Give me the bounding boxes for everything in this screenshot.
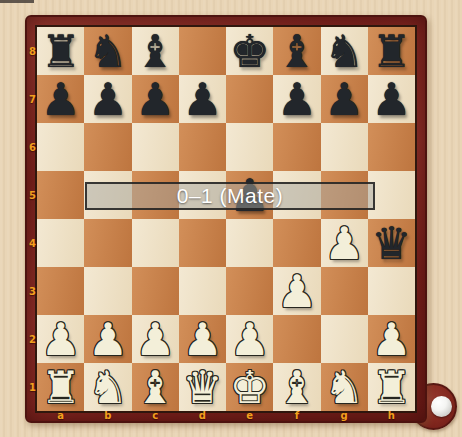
- square-b7[interactable]: ♟: [84, 75, 131, 123]
- square-e1[interactable]: ♚: [226, 363, 273, 411]
- rank-label-3: 3: [27, 267, 38, 315]
- square-g4[interactable]: ♟: [321, 219, 368, 267]
- file-label-f: f: [273, 411, 320, 421]
- rank-label-5: 5: [27, 171, 38, 219]
- square-e2[interactable]: ♟: [226, 315, 273, 363]
- piece-white-pawn[interactable]: ♟: [135, 316, 175, 363]
- piece-white-bishop[interactable]: ♝: [135, 364, 175, 411]
- piece-white-knight[interactable]: ♞: [324, 364, 364, 411]
- rank-label-2: 2: [27, 315, 38, 363]
- piece-white-knight[interactable]: ♞: [88, 364, 128, 411]
- square-h8[interactable]: ♜: [368, 27, 415, 75]
- square-h3[interactable]: [368, 267, 415, 315]
- square-f2[interactable]: [273, 315, 320, 363]
- square-b4[interactable]: [84, 219, 131, 267]
- square-c2[interactable]: ♟: [132, 315, 179, 363]
- piece-black-queen[interactable]: ♛: [371, 220, 411, 267]
- square-c1[interactable]: ♝: [132, 363, 179, 411]
- piece-white-queen[interactable]: ♛: [182, 364, 222, 411]
- piece-white-pawn[interactable]: ♟: [324, 220, 364, 267]
- square-a5[interactable]: [37, 171, 84, 219]
- square-d1[interactable]: ♛: [179, 363, 226, 411]
- square-g7[interactable]: ♟: [321, 75, 368, 123]
- square-a1[interactable]: ♜: [37, 363, 84, 411]
- square-g8[interactable]: ♞: [321, 27, 368, 75]
- file-label-h: h: [368, 411, 415, 421]
- square-a7[interactable]: ♟: [37, 75, 84, 123]
- square-f3[interactable]: ♟: [273, 267, 320, 315]
- square-g3[interactable]: [321, 267, 368, 315]
- file-label-e: e: [226, 411, 273, 421]
- chess-board-frame: ♜♞♝♚♝♞♜♟♟♟♟♟♟♟♟♟♛♟♟♟♟♟♟♟♜♞♝♛♚♝♞♜ 8765432…: [25, 15, 427, 423]
- piece-white-pawn[interactable]: ♟: [88, 316, 128, 363]
- square-h2[interactable]: ♟: [368, 315, 415, 363]
- piece-white-rook[interactable]: ♜: [371, 364, 411, 411]
- piece-white-bishop[interactable]: ♝: [277, 364, 317, 411]
- file-label-g: g: [321, 411, 368, 421]
- piece-black-pawn[interactable]: ♟: [371, 76, 411, 123]
- piece-black-rook[interactable]: ♜: [371, 28, 411, 75]
- file-label-b: b: [84, 411, 131, 421]
- rank-label-6: 6: [27, 123, 38, 171]
- square-e8[interactable]: ♚: [226, 27, 273, 75]
- game-result-banner: 0–1 (Mate): [85, 182, 375, 210]
- square-d7[interactable]: ♟: [179, 75, 226, 123]
- square-a6[interactable]: [37, 123, 84, 171]
- rank-label-1: 1: [27, 363, 38, 411]
- square-c7[interactable]: ♟: [132, 75, 179, 123]
- square-b6[interactable]: [84, 123, 131, 171]
- piece-black-bishop[interactable]: ♝: [277, 28, 317, 75]
- piece-white-pawn[interactable]: ♟: [371, 316, 411, 363]
- square-f8[interactable]: ♝: [273, 27, 320, 75]
- piece-white-rook[interactable]: ♜: [40, 364, 80, 411]
- piece-white-pawn[interactable]: ♟: [277, 268, 317, 315]
- square-g1[interactable]: ♞: [321, 363, 368, 411]
- square-d4[interactable]: [179, 219, 226, 267]
- rank-label-8: 8: [27, 27, 38, 75]
- square-a2[interactable]: ♟: [37, 315, 84, 363]
- square-f7[interactable]: ♟: [273, 75, 320, 123]
- square-a8[interactable]: ♜: [37, 27, 84, 75]
- piece-black-king[interactable]: ♚: [229, 28, 269, 75]
- chess-board: ♜♞♝♚♝♞♜♟♟♟♟♟♟♟♟♟♛♟♟♟♟♟♟♟♜♞♝♛♚♝♞♜: [37, 27, 415, 411]
- piece-black-pawn[interactable]: ♟: [324, 76, 364, 123]
- square-g2[interactable]: [321, 315, 368, 363]
- square-d3[interactable]: [179, 267, 226, 315]
- piece-white-pawn[interactable]: ♟: [40, 316, 80, 363]
- square-c8[interactable]: ♝: [132, 27, 179, 75]
- square-h6[interactable]: [368, 123, 415, 171]
- square-e3[interactable]: [226, 267, 273, 315]
- square-h1[interactable]: ♜: [368, 363, 415, 411]
- rank-label-4: 4: [27, 219, 38, 267]
- piece-black-knight[interactable]: ♞: [324, 28, 364, 75]
- window-edge-fragment: [0, 0, 34, 3]
- piece-black-pawn[interactable]: ♟: [135, 76, 175, 123]
- square-f4[interactable]: [273, 219, 320, 267]
- square-e4[interactable]: [226, 219, 273, 267]
- piece-black-knight[interactable]: ♞: [88, 28, 128, 75]
- square-b1[interactable]: ♞: [84, 363, 131, 411]
- piece-black-pawn[interactable]: ♟: [88, 76, 128, 123]
- piece-white-pawn[interactable]: ♟: [182, 316, 222, 363]
- square-c4[interactable]: [132, 219, 179, 267]
- piece-black-pawn[interactable]: ♟: [182, 76, 222, 123]
- square-d6[interactable]: [179, 123, 226, 171]
- square-e6[interactable]: [226, 123, 273, 171]
- square-b3[interactable]: [84, 267, 131, 315]
- file-label-a: a: [37, 411, 84, 421]
- square-a4[interactable]: [37, 219, 84, 267]
- square-d2[interactable]: ♟: [179, 315, 226, 363]
- square-d8[interactable]: [179, 27, 226, 75]
- square-f6[interactable]: [273, 123, 320, 171]
- square-a3[interactable]: [37, 267, 84, 315]
- square-h4[interactable]: ♛: [368, 219, 415, 267]
- square-b2[interactable]: ♟: [84, 315, 131, 363]
- square-c3[interactable]: [132, 267, 179, 315]
- file-label-c: c: [132, 411, 179, 421]
- white-to-move-ball-icon: [431, 396, 452, 417]
- piece-black-bishop[interactable]: ♝: [135, 28, 175, 75]
- square-b8[interactable]: ♞: [84, 27, 131, 75]
- piece-black-rook[interactable]: ♜: [40, 28, 80, 75]
- piece-black-pawn[interactable]: ♟: [277, 76, 317, 123]
- square-h7[interactable]: ♟: [368, 75, 415, 123]
- square-f1[interactable]: ♝: [273, 363, 320, 411]
- piece-black-pawn[interactable]: ♟: [40, 76, 80, 123]
- piece-white-pawn[interactable]: ♟: [229, 316, 269, 363]
- square-c6[interactable]: [132, 123, 179, 171]
- rank-label-7: 7: [27, 75, 38, 123]
- square-g6[interactable]: [321, 123, 368, 171]
- piece-white-king[interactable]: ♚: [229, 364, 269, 411]
- file-label-d: d: [179, 411, 226, 421]
- app-background: ♜♞♝♚♝♞♜♟♟♟♟♟♟♟♟♟♛♟♟♟♟♟♟♟♜♞♝♛♚♝♞♜ 8765432…: [0, 0, 462, 437]
- square-e7[interactable]: [226, 75, 273, 123]
